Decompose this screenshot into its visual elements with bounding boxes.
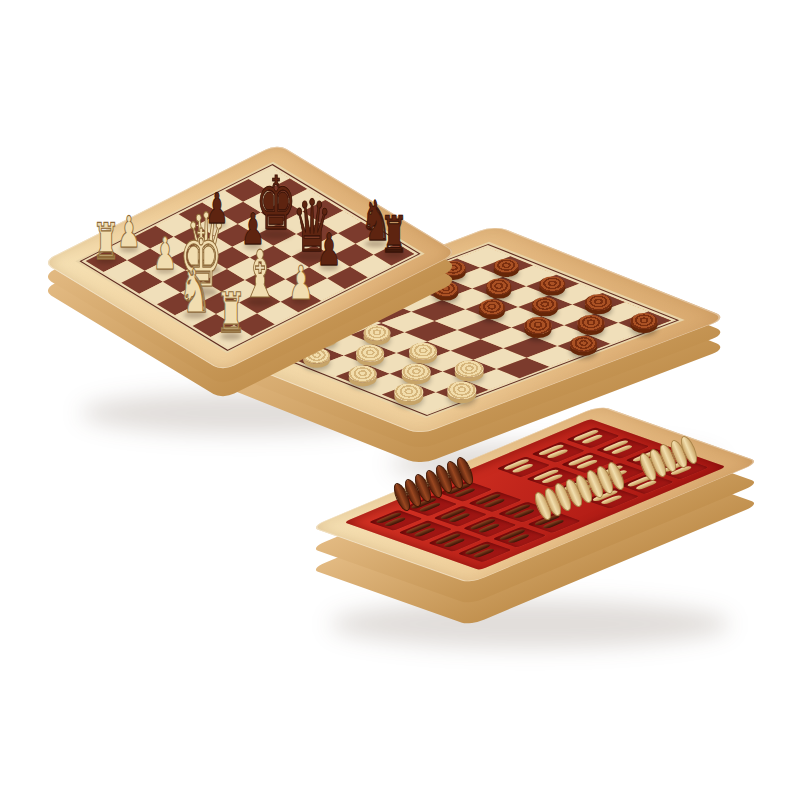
tray-shadow xyxy=(330,600,730,648)
product-photo-scene: ♜♟♟♛♚♞♜♝♟♟♟♚♛♟♞♜ xyxy=(0,0,800,800)
